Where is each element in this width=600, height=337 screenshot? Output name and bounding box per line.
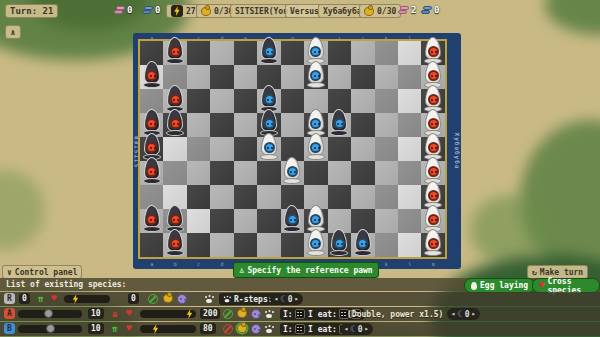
board-cell-d6[interactable]: [210, 161, 233, 185]
grass-patch: [545, 0, 600, 35]
white-pawn-icon: ♙: [239, 266, 244, 275]
board-cell-k9[interactable]: [375, 233, 398, 257]
board-cell-l4[interactable]: [398, 113, 421, 137]
board-cell-i3[interactable]: [328, 89, 351, 113]
board-frame: SITSIER Хубабуба abcdefghijklm abcdefghi…: [133, 33, 461, 269]
board-cell-d7[interactable]: [210, 185, 233, 209]
board-cell-h2[interactable]: [304, 65, 327, 89]
board-cell-b2[interactable]: [163, 65, 186, 89]
trend-up-icon: ⇈: [112, 324, 118, 334]
gold-pouch-icon: [364, 7, 374, 16]
board-cell-d4[interactable]: [210, 113, 233, 137]
col-label-c: c: [187, 261, 210, 267]
paw-icon[interactable]: [204, 294, 214, 304]
board-cell-m8[interactable]: [421, 209, 444, 233]
col-label-l: l: [398, 261, 421, 267]
egg-icon: [471, 282, 477, 290]
stepper-right-arrow[interactable]: ▸: [294, 296, 298, 303]
blue-resource-icon: [421, 6, 432, 15]
game-screen: Turn: 21 ∧ 0 0 279 0/30 SITSIER(You) Ver…: [0, 0, 600, 337]
board-cell-k7[interactable]: [375, 185, 398, 209]
board-cell-a5[interactable]: [140, 137, 163, 161]
chevron-down-icon: ∨: [7, 268, 12, 277]
board-cell-h6[interactable]: [304, 161, 327, 185]
stepper-left-arrow[interactable]: ◂: [344, 326, 348, 333]
board-cell-c2[interactable]: [187, 65, 210, 89]
stepper-right-arrow[interactable]: ▸: [364, 326, 368, 333]
board-cell-a9[interactable]: [140, 233, 163, 257]
board-cell-l8[interactable]: [398, 209, 421, 233]
col-label-b: b: [163, 261, 186, 267]
lightning-knob[interactable]: [72, 294, 79, 304]
board-cell-k1[interactable]: [375, 41, 398, 65]
moon-value: 0: [465, 310, 470, 319]
right-blue-count: 0: [434, 5, 439, 15]
board-cell-e6[interactable]: [234, 161, 257, 185]
board-cell-l1[interactable]: [398, 41, 421, 65]
gold-pouch-icon: [201, 7, 211, 16]
forbidden-icon-green[interactable]: [223, 309, 233, 319]
gold-pouch-icon[interactable]: [237, 309, 247, 318]
board-cell-f5[interactable]: [257, 137, 280, 161]
i-chip[interactable]: I:: [280, 323, 308, 335]
stepper-left-arrow[interactable]: ◂: [451, 311, 455, 318]
board-cell-i1[interactable]: [328, 41, 351, 65]
cross-species-button[interactable]: ♥ Cross species: [532, 278, 600, 293]
species-badge-A: A: [4, 308, 15, 319]
board-cell-g3[interactable]: [281, 89, 304, 113]
pink-resource-icon: [114, 6, 125, 15]
board-cell-i5[interactable]: [328, 137, 351, 161]
lightning-knob[interactable]: [152, 324, 159, 334]
dice-icon: [295, 324, 305, 334]
board-cell-c8[interactable]: [187, 209, 210, 233]
board-cell-g5[interactable]: [281, 137, 304, 161]
board-cell-g7[interactable]: [281, 185, 304, 209]
moon-icon: ☾: [280, 295, 285, 304]
board-cell-c6[interactable]: [187, 161, 210, 185]
board: [140, 41, 445, 257]
board-cell-a6[interactable]: [140, 161, 163, 185]
board-cell-a4[interactable]: [140, 113, 163, 137]
board-cell-d8[interactable]: [210, 209, 233, 233]
board-cell-e9[interactable]: [234, 233, 257, 257]
board-cell-j9[interactable]: [351, 233, 374, 257]
species-row-A: A 10 ⇊ ♥ 200 I: I eat: (Double, power x1…: [0, 307, 600, 321]
refresh-icon: ↻: [532, 268, 537, 277]
species-row-B: B 10 ⇈ ♥ 80 I: I eat: ◂ ☾ 0 ▸: [0, 322, 600, 336]
board-cell-h3[interactable]: [304, 89, 327, 113]
board-cell-b4[interactable]: [163, 113, 186, 137]
species-badge-B: B: [4, 323, 15, 334]
board-cell-f7[interactable]: [257, 185, 280, 209]
board-cell-f6[interactable]: [257, 161, 280, 185]
forbidden-icon-green[interactable]: [148, 294, 158, 304]
paw-icon[interactable]: [264, 309, 274, 319]
board-cell-h5[interactable]: [304, 137, 327, 161]
board-cell-f4[interactable]: [257, 113, 280, 137]
board-cell-l3[interactable]: [398, 89, 421, 113]
board-cell-f2[interactable]: [257, 65, 280, 89]
board-cell-b9[interactable]: [163, 233, 186, 257]
board-cell-b1[interactable]: [163, 41, 186, 65]
size-slider[interactable]: [18, 325, 82, 333]
board-grid: [140, 41, 445, 257]
board-cell-j5[interactable]: [351, 137, 374, 161]
slider-knob[interactable]: [44, 309, 53, 318]
board-cell-b8[interactable]: [163, 209, 186, 233]
board-cell-d1[interactable]: [210, 41, 233, 65]
board-cell-m6[interactable]: [421, 161, 444, 185]
blue-resource-count: 0: [155, 5, 160, 15]
heart-icon: ♥: [126, 309, 131, 318]
board-cell-i8[interactable]: [328, 209, 351, 233]
moon-stepper[interactable]: ◂ ☾ 0 ▸: [340, 323, 373, 335]
board-cell-e4[interactable]: [234, 113, 257, 137]
trend-down-icon: ⇊: [112, 309, 118, 319]
control-panel-button[interactable]: ∨ Control panel: [2, 265, 82, 279]
board-cell-d2[interactable]: [210, 65, 233, 89]
board-cell-j3[interactable]: [351, 89, 374, 113]
board-cell-g1[interactable]: [281, 41, 304, 65]
paw-icon[interactable]: [264, 324, 274, 334]
board-cell-k5[interactable]: [375, 137, 398, 161]
col-label-m: m: [422, 261, 445, 267]
board-cell-a2[interactable]: [140, 65, 163, 89]
species-header-label: List of existing species:: [6, 280, 126, 289]
board-left-player-name: SITSIER: [133, 135, 140, 167]
energy-chip: 80: [200, 323, 216, 334]
board-cell-m3[interactable]: [421, 89, 444, 113]
forbidden-icon-red[interactable]: [223, 324, 233, 334]
board-cell-c7[interactable]: [187, 185, 210, 209]
reference-pawn-tooltip: ♙ Specify the reference pawn: [233, 262, 379, 278]
moon-icon: ☾: [457, 310, 462, 319]
purple-creature-icon[interactable]: [251, 309, 261, 319]
stepper-left-arrow[interactable]: ◂: [274, 296, 278, 303]
moon-icon: ☾: [350, 325, 355, 334]
board-cell-b7[interactable]: [163, 185, 186, 209]
right-bag-count: 0/30: [377, 7, 396, 16]
board-cell-j2[interactable]: [351, 65, 374, 89]
board-cell-e5[interactable]: [234, 137, 257, 161]
board-cell-f1[interactable]: [257, 41, 280, 65]
board-cell-c4[interactable]: [187, 113, 210, 137]
board-cell-e2[interactable]: [234, 65, 257, 89]
energy-chip: 200: [200, 308, 220, 319]
board-cell-j7[interactable]: [351, 185, 374, 209]
energy-slider[interactable]: [140, 325, 196, 333]
board-cell-f3[interactable]: [257, 89, 280, 113]
board-cell-b5[interactable]: [163, 137, 186, 161]
heart-icon: ♥: [539, 281, 544, 290]
species-row-R: R 0 ⇈ ♥ 0 R-steps: 2 ◂ ☾ 0 ▸: [0, 292, 600, 306]
board-cell-i9[interactable]: [328, 233, 351, 257]
board-cell-d5[interactable]: [210, 137, 233, 161]
board-cell-k8[interactable]: [375, 209, 398, 233]
board-cell-h1[interactable]: [304, 41, 327, 65]
turn-counter: Turn: 21: [5, 4, 58, 18]
board-cell-b3[interactable]: [163, 89, 186, 113]
board-cell-l6[interactable]: [398, 161, 421, 185]
board-cell-l5[interactable]: [398, 137, 421, 161]
board-cell-b6[interactable]: [163, 161, 186, 185]
size-chip: 10: [88, 308, 104, 319]
board-cell-j4[interactable]: [351, 113, 374, 137]
board-cell-g4[interactable]: [281, 113, 304, 137]
board-cell-d3[interactable]: [210, 89, 233, 113]
tooltip-text: Specify the reference pawn: [247, 266, 372, 275]
board-cell-a1[interactable]: [140, 41, 163, 65]
right-bag-counter: 0/30: [359, 4, 401, 18]
board-cell-c5[interactable]: [187, 137, 210, 161]
board-cell-j6[interactable]: [351, 161, 374, 185]
eat-note: (Double, power x1.5): [347, 310, 443, 319]
board-cell-k4[interactable]: [375, 113, 398, 137]
moon-stepper[interactable]: ◂ ☾ 0 ▸: [447, 308, 480, 320]
board-cell-h4[interactable]: [304, 113, 327, 137]
board-cell-m2[interactable]: [421, 65, 444, 89]
lightning-icon: [171, 5, 183, 17]
board-cell-a3[interactable]: [140, 89, 163, 113]
board-cell-i7[interactable]: [328, 185, 351, 209]
board-cell-e7[interactable]: [234, 185, 257, 209]
board-cell-k6[interactable]: [375, 161, 398, 185]
board-cell-e1[interactable]: [234, 41, 257, 65]
paw-icon: [223, 295, 231, 303]
board-cell-f8[interactable]: [257, 209, 280, 233]
right-pink-count: 2: [411, 5, 416, 15]
moon-value: 0: [288, 295, 293, 304]
board-cell-f9[interactable]: [257, 233, 280, 257]
col-label-d: d: [210, 261, 233, 267]
turn-label: Turn: 21: [10, 6, 53, 16]
board-cell-e3[interactable]: [234, 89, 257, 113]
moon-value: 0: [358, 325, 363, 334]
board-cell-m4[interactable]: [421, 113, 444, 137]
pink-resource-count: 0: [127, 5, 132, 15]
board-cell-i4[interactable]: [328, 113, 351, 137]
dice-icon: [295, 309, 305, 319]
count-chip: 0: [128, 293, 139, 304]
energy-slider[interactable]: [64, 295, 110, 303]
purple-creature-icon[interactable]: [177, 294, 187, 304]
grass-patch: [0, 170, 45, 250]
board-cell-g8[interactable]: [281, 209, 304, 233]
col-label-a: a: [140, 261, 163, 267]
heart-icon: ♥: [51, 294, 56, 303]
board-cell-g6[interactable]: [281, 161, 304, 185]
chevron-up-icon: ∧: [11, 28, 16, 37]
board-cell-c1[interactable]: [187, 41, 210, 65]
lightning-knob[interactable]: [186, 309, 193, 319]
trend-up-icon: ⇈: [38, 294, 44, 304]
board-cell-g9[interactable]: [281, 233, 304, 257]
board-cell-i6[interactable]: [328, 161, 351, 185]
board-cell-h7[interactable]: [304, 185, 327, 209]
size-chip: 10: [88, 323, 104, 334]
board-cell-j8[interactable]: [351, 209, 374, 233]
energy-slider[interactable]: [140, 310, 196, 318]
slider-knob[interactable]: [46, 324, 55, 333]
board-cell-m1[interactable]: [421, 41, 444, 65]
board-cell-m9[interactable]: [421, 233, 444, 257]
board-cell-m5[interactable]: [421, 137, 444, 161]
board-cell-h9[interactable]: [304, 233, 327, 257]
board-cell-c9[interactable]: [187, 233, 210, 257]
board-cell-a8[interactable]: [140, 209, 163, 233]
collapse-panel-button[interactable]: ∧: [5, 25, 21, 39]
board-cell-i2[interactable]: [328, 65, 351, 89]
board-cell-l2[interactable]: [398, 65, 421, 89]
count-chip: 0: [19, 293, 30, 304]
stepper-right-arrow[interactable]: ▸: [471, 311, 475, 318]
board-cell-m7[interactable]: [421, 185, 444, 209]
moon-stepper[interactable]: ◂ ☾ 0 ▸: [270, 293, 303, 305]
board-cell-j1[interactable]: [351, 41, 374, 65]
size-slider[interactable]: [18, 310, 82, 318]
board-cell-k2[interactable]: [375, 65, 398, 89]
board-cell-a7[interactable]: [140, 185, 163, 209]
i-chip[interactable]: I:: [280, 308, 308, 320]
heart-icon: ♥: [126, 324, 131, 333]
gold-pouch-icon-selected[interactable]: [237, 324, 247, 333]
egg-laying-button[interactable]: Egg laying: [464, 278, 535, 293]
species-badge-R: R: [4, 293, 15, 304]
board-cell-h8[interactable]: [304, 209, 327, 233]
pink-resource-icon: [398, 6, 409, 15]
board-cell-k3[interactable]: [375, 89, 398, 113]
board-cell-l9[interactable]: [398, 233, 421, 257]
board-cell-l7[interactable]: [398, 185, 421, 209]
board-cell-d9[interactable]: [210, 233, 233, 257]
blue-resource-icon: [142, 6, 153, 15]
board-right-player-name: Хубабуба: [454, 133, 461, 170]
board-cell-g2[interactable]: [281, 65, 304, 89]
board-cell-c3[interactable]: [187, 89, 210, 113]
gold-pouch-icon[interactable]: [163, 294, 173, 303]
board-cell-e8[interactable]: [234, 209, 257, 233]
purple-creature-icon[interactable]: [251, 324, 261, 334]
